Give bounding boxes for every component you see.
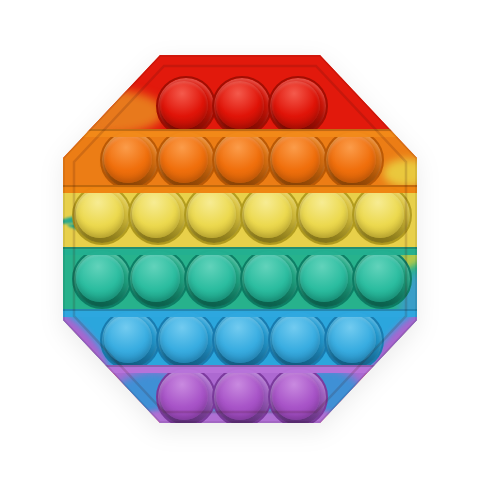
bubble-r3c3[interactable] [188,190,236,238]
bubble-r2c4[interactable] [272,135,320,183]
bubble-r4c2[interactable] [132,254,180,302]
bubble-r3c1[interactable] [76,190,124,238]
band-divider-1 [63,129,417,137]
pop-it-toy [63,55,417,423]
bubble-r5c5[interactable] [328,315,376,363]
bubble-r1c3[interactable] [272,81,320,129]
paint-swirl [383,159,417,187]
row-yellow-band [63,188,417,250]
bubble-r6c2[interactable] [216,372,264,420]
bubble-r4c1[interactable] [76,254,124,302]
bubble-r3c6[interactable] [356,190,404,238]
bubble-r3c5[interactable] [300,190,348,238]
bubble-r3c4[interactable] [244,190,292,238]
bubble-r6c1[interactable] [160,372,208,420]
bubble-r5c1[interactable] [104,315,152,363]
band-divider-2 [63,185,417,193]
row-red-band [63,55,417,132]
pop-it-board [63,55,417,423]
bubble-r2c1[interactable] [104,135,152,183]
bubble-r2c2[interactable] [160,135,208,183]
bubble-r5c3[interactable] [216,315,264,363]
bubble-r5c2[interactable] [160,315,208,363]
bubble-r2c3[interactable] [216,135,264,183]
band-divider-5 [63,365,417,373]
bubble-r3c2[interactable] [132,190,180,238]
bubble-r2c5[interactable] [328,135,376,183]
bubble-r4c6[interactable] [356,254,404,302]
bubble-r1c1[interactable] [160,81,208,129]
row-blue-band [63,312,417,368]
bubble-r4c3[interactable] [188,254,236,302]
row-purple-band [63,368,417,423]
bubble-r4c5[interactable] [300,254,348,302]
bubble-r1c2[interactable] [216,81,264,129]
bubble-r5c4[interactable] [272,315,320,363]
paint-swirl [63,89,164,132]
band-divider-3 [63,247,417,255]
bubble-r6c3[interactable] [272,372,320,420]
row-green-band [63,250,417,312]
band-divider-4 [63,309,417,317]
row-orange-band [63,132,417,188]
photo-background [0,0,478,480]
bubble-r4c4[interactable] [244,254,292,302]
